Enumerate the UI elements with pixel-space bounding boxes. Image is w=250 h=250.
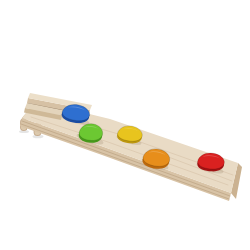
- product-photo: [0, 0, 250, 250]
- wooden-ramp-toy-illustration: [0, 0, 250, 250]
